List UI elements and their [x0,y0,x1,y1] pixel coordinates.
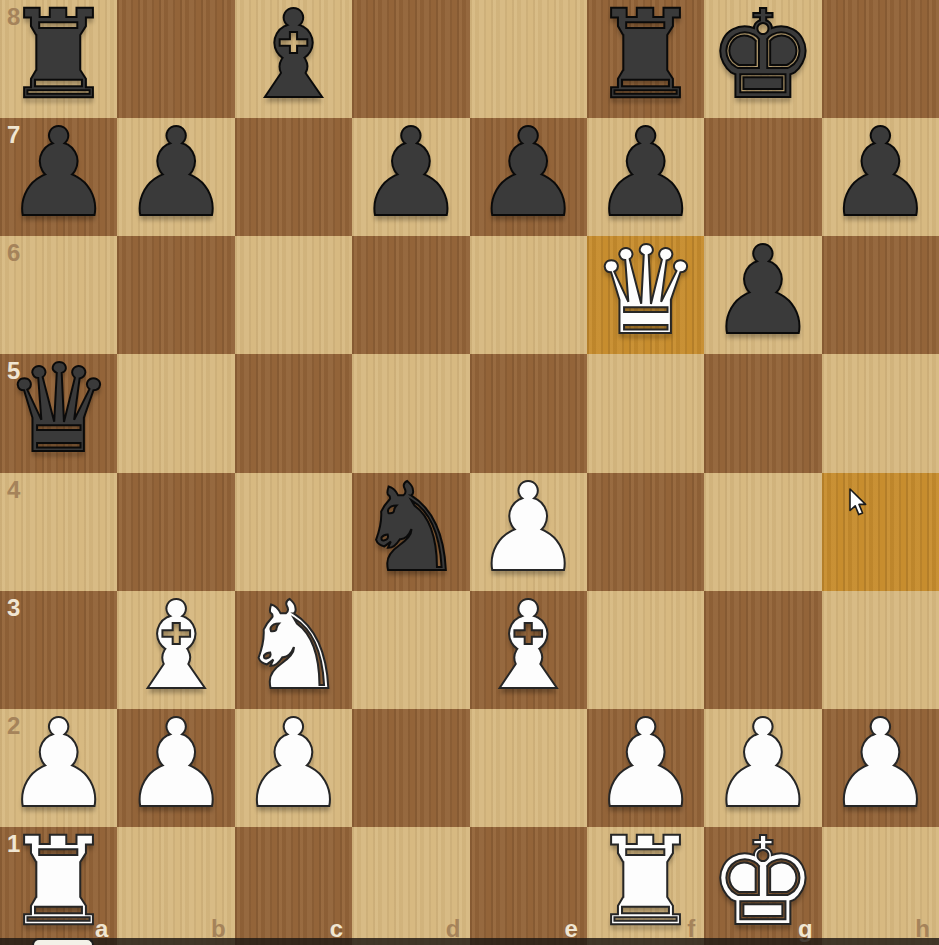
square-h7[interactable]: ♟ [822,118,939,236]
square-h8[interactable] [822,0,939,118]
piece-white-rook[interactable]: ♜ [4,823,113,941]
piece-white-rook[interactable]: ♜ [591,823,700,941]
square-c3[interactable]: ♞ [235,591,352,709]
square-c6[interactable] [235,236,352,354]
square-d2[interactable] [352,709,469,827]
piece-black-pawn[interactable]: ♟ [356,114,465,232]
square-b3[interactable]: ♝ [117,591,234,709]
square-b5[interactable] [117,354,234,472]
square-g7[interactable] [704,118,821,236]
chess-board: 8♜♝♜♚7♟♟♟♟♟♟6♛♟5♛4♞♟3♝♞♝2♟♟♟♟♟♟1a♜bcdef♜… [0,0,939,945]
square-g2[interactable]: ♟ [704,709,821,827]
square-f7[interactable]: ♟ [587,118,704,236]
piece-black-bishop[interactable]: ♝ [239,0,348,114]
piece-black-pawn[interactable]: ♟ [474,114,583,232]
square-c8[interactable]: ♝ [235,0,352,118]
square-g1[interactable]: g♚ [704,827,821,945]
piece-black-rook[interactable]: ♜ [591,0,700,114]
piece-white-bishop[interactable]: ♝ [474,587,583,705]
bottom-edge-tab [32,938,94,945]
piece-black-knight[interactable]: ♞ [356,469,465,587]
piece-white-queen[interactable]: ♛ [591,232,700,350]
square-e8[interactable] [470,0,587,118]
square-d6[interactable] [352,236,469,354]
piece-white-pawn[interactable]: ♟ [826,705,935,823]
square-e1[interactable]: e [470,827,587,945]
square-e4[interactable]: ♟ [470,473,587,591]
square-b1[interactable]: b [117,827,234,945]
square-f5[interactable] [587,354,704,472]
rank-label-6: 6 [7,241,20,265]
square-a3[interactable]: 3 [0,591,117,709]
piece-white-pawn[interactable]: ♟ [239,705,348,823]
square-c2[interactable]: ♟ [235,709,352,827]
square-e7[interactable]: ♟ [470,118,587,236]
square-f3[interactable] [587,591,704,709]
square-d7[interactable]: ♟ [352,118,469,236]
square-a6[interactable]: 6 [0,236,117,354]
square-h4[interactable] [822,473,939,591]
square-d4[interactable]: ♞ [352,473,469,591]
square-e3[interactable]: ♝ [470,591,587,709]
square-a8[interactable]: 8♜ [0,0,117,118]
square-a2[interactable]: 2♟ [0,709,117,827]
square-b4[interactable] [117,473,234,591]
square-g3[interactable] [704,591,821,709]
square-g4[interactable] [704,473,821,591]
piece-white-pawn[interactable]: ♟ [121,705,230,823]
piece-white-knight[interactable]: ♞ [239,587,348,705]
square-h2[interactable]: ♟ [822,709,939,827]
piece-white-bishop[interactable]: ♝ [121,587,230,705]
piece-black-rook[interactable]: ♜ [4,0,113,114]
square-c4[interactable] [235,473,352,591]
square-g8[interactable]: ♚ [704,0,821,118]
square-a1[interactable]: 1a♜ [0,827,117,945]
square-c7[interactable] [235,118,352,236]
piece-black-queen[interactable]: ♛ [4,350,113,468]
square-g6[interactable]: ♟ [704,236,821,354]
square-e6[interactable] [470,236,587,354]
square-h5[interactable] [822,354,939,472]
square-c1[interactable]: c [235,827,352,945]
square-e5[interactable] [470,354,587,472]
square-h3[interactable] [822,591,939,709]
square-b6[interactable] [117,236,234,354]
chess-app: 8♜♝♜♚7♟♟♟♟♟♟6♛♟5♛4♞♟3♝♞♝2♟♟♟♟♟♟1a♜bcdef♜… [0,0,939,945]
square-f1[interactable]: f♜ [587,827,704,945]
piece-black-pawn[interactable]: ♟ [708,232,817,350]
square-b7[interactable]: ♟ [117,118,234,236]
square-h1[interactable]: h [822,827,939,945]
rank-label-4: 4 [7,478,20,502]
square-f8[interactable]: ♜ [587,0,704,118]
square-f2[interactable]: ♟ [587,709,704,827]
piece-white-pawn[interactable]: ♟ [708,705,817,823]
square-b8[interactable] [117,0,234,118]
piece-black-pawn[interactable]: ♟ [4,114,113,232]
square-c5[interactable] [235,354,352,472]
piece-black-pawn[interactable]: ♟ [121,114,230,232]
square-a4[interactable]: 4 [0,473,117,591]
rank-label-3: 3 [7,596,20,620]
piece-black-pawn[interactable]: ♟ [826,114,935,232]
square-e2[interactable] [470,709,587,827]
piece-white-pawn[interactable]: ♟ [474,469,583,587]
square-d5[interactable] [352,354,469,472]
piece-white-king[interactable]: ♚ [708,823,817,941]
square-f6[interactable]: ♛ [587,236,704,354]
square-f4[interactable] [587,473,704,591]
square-a7[interactable]: 7♟ [0,118,117,236]
piece-white-pawn[interactable]: ♟ [591,705,700,823]
square-a5[interactable]: 5♛ [0,354,117,472]
square-h6[interactable] [822,236,939,354]
piece-black-pawn[interactable]: ♟ [591,114,700,232]
square-d8[interactable] [352,0,469,118]
square-b2[interactable]: ♟ [117,709,234,827]
square-d3[interactable] [352,591,469,709]
bottom-edge-bar [0,938,939,945]
square-d1[interactable]: d [352,827,469,945]
piece-white-pawn[interactable]: ♟ [4,705,113,823]
piece-black-king[interactable]: ♚ [708,0,817,114]
square-g5[interactable] [704,354,821,472]
